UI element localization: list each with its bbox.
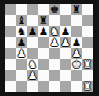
square-c5[interactable]	[27, 37, 38, 48]
square-c2[interactable]: ♟	[27, 70, 38, 81]
square-a7[interactable]	[5, 15, 16, 26]
square-e6[interactable]: ♞	[49, 26, 60, 37]
black-pawn-icon: ♟	[16, 37, 27, 48]
black-pawn-icon: ♟	[27, 26, 38, 37]
black-bishop-icon: ♝	[16, 15, 27, 26]
square-c6[interactable]: ♟	[27, 26, 38, 37]
square-c8[interactable]	[27, 4, 38, 15]
square-c4[interactable]	[27, 48, 38, 59]
square-d3[interactable]	[38, 59, 49, 70]
square-f4[interactable]	[60, 48, 71, 59]
square-h3[interactable]: ♜	[82, 59, 93, 70]
black-king-icon: ♚	[49, 4, 60, 15]
black-rook-icon: ♜	[71, 4, 82, 15]
black-pawn-icon: ♟	[60, 26, 71, 37]
square-h6[interactable]	[82, 26, 93, 37]
square-a3[interactable]	[5, 59, 16, 70]
square-a4[interactable]	[5, 48, 16, 59]
square-g7[interactable]	[71, 15, 82, 26]
square-g5[interactable]: ♟	[71, 37, 82, 48]
white-knight-icon: ♞	[49, 26, 60, 37]
square-h8[interactable]	[82, 4, 93, 15]
square-b2[interactable]	[16, 70, 27, 81]
white-pawn-icon: ♟	[60, 37, 71, 48]
square-e2[interactable]	[49, 70, 60, 81]
square-h2[interactable]	[82, 70, 93, 81]
square-e7[interactable]	[49, 15, 60, 26]
square-g8[interactable]: ♜	[71, 4, 82, 15]
square-f2[interactable]	[60, 70, 71, 81]
square-f5[interactable]: ♟	[60, 37, 71, 48]
white-knight-icon: ♞	[27, 59, 38, 70]
square-e4[interactable]	[49, 48, 60, 59]
white-pawn-icon: ♟	[27, 70, 38, 81]
square-f7[interactable]	[60, 15, 71, 26]
square-d8[interactable]	[38, 4, 49, 15]
square-g2[interactable]	[71, 70, 82, 81]
square-c1[interactable]	[27, 81, 38, 92]
square-e1[interactable]	[49, 81, 60, 92]
white-rook-icon: ♜	[82, 81, 93, 92]
white-pawn-icon: ♟	[16, 48, 27, 59]
square-e5[interactable]: ♟	[49, 37, 60, 48]
square-h4[interactable]	[82, 48, 93, 59]
black-knight-icon: ♞	[16, 26, 27, 37]
square-g6[interactable]	[71, 26, 82, 37]
chess-diagram: ♚♜♝♜♞♟♟♞♟♟♟♟♟♟♟♞♚♜♟♜	[0, 0, 99, 96]
square-h5[interactable]	[82, 37, 93, 48]
square-d1[interactable]	[38, 81, 49, 92]
square-a2[interactable]	[5, 70, 16, 81]
white-pawn-icon: ♟	[49, 37, 60, 48]
square-a5[interactable]	[5, 37, 16, 48]
square-d2[interactable]	[38, 70, 49, 81]
square-g4[interactable]: ♟	[71, 48, 82, 59]
square-d7[interactable]: ♜	[38, 15, 49, 26]
square-b5[interactable]: ♟	[16, 37, 27, 48]
square-b6[interactable]: ♞	[16, 26, 27, 37]
black-pawn-icon: ♟	[71, 37, 82, 48]
square-a8[interactable]	[5, 4, 16, 15]
square-h7[interactable]	[82, 15, 93, 26]
black-pawn-icon: ♟	[38, 26, 49, 37]
square-d5[interactable]	[38, 37, 49, 48]
chessboard: ♚♜♝♜♞♟♟♞♟♟♟♟♟♟♟♞♚♜♟♜	[5, 4, 93, 92]
square-a6[interactable]	[5, 26, 16, 37]
square-b8[interactable]	[16, 4, 27, 15]
square-c3[interactable]: ♞	[27, 59, 38, 70]
square-b1[interactable]	[16, 81, 27, 92]
square-f6[interactable]: ♟	[60, 26, 71, 37]
square-b4[interactable]: ♟	[16, 48, 27, 59]
black-rook-icon: ♜	[38, 15, 49, 26]
square-a1[interactable]	[5, 81, 16, 92]
white-king-icon: ♚	[71, 59, 82, 70]
square-e8[interactable]: ♚	[49, 4, 60, 15]
square-g3[interactable]: ♚	[71, 59, 82, 70]
square-f3[interactable]	[60, 59, 71, 70]
white-rook-icon: ♜	[82, 59, 93, 70]
square-g1[interactable]	[71, 81, 82, 92]
square-b7[interactable]: ♝	[16, 15, 27, 26]
square-b3[interactable]	[16, 59, 27, 70]
square-f1[interactable]	[60, 81, 71, 92]
square-c7[interactable]	[27, 15, 38, 26]
square-d4[interactable]	[38, 48, 49, 59]
white-pawn-icon: ♟	[71, 48, 82, 59]
square-h1[interactable]: ♜	[82, 81, 93, 92]
square-e3[interactable]	[49, 59, 60, 70]
square-d6[interactable]: ♟	[38, 26, 49, 37]
square-f8[interactable]	[60, 4, 71, 15]
